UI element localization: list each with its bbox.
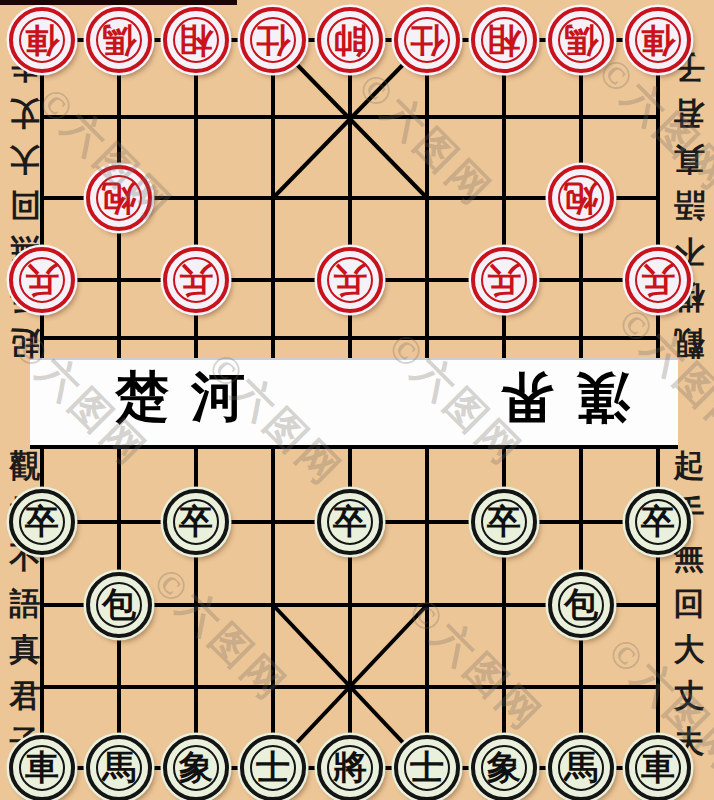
piece-ring: 象 [481, 745, 527, 791]
piece-black-elephant[interactable]: 象 [163, 735, 229, 800]
piece-ring: 兵 [173, 257, 219, 303]
piece-ring: 象 [173, 745, 219, 791]
piece-ring: 卒 [19, 499, 65, 545]
piece-glyph: 俥 [25, 23, 59, 57]
piece-glyph: 卒 [179, 505, 213, 539]
piece-glyph: 相 [487, 23, 521, 57]
piece-black-general[interactable]: 將 [317, 735, 383, 800]
piece-ring: 俥 [635, 17, 681, 63]
piece-black-advisor[interactable]: 士 [394, 735, 460, 800]
piece-glyph: 相 [179, 23, 213, 57]
piece-ring: 卒 [481, 499, 527, 545]
piece-black-chariot[interactable]: 車 [9, 735, 75, 800]
piece-black-cannon[interactable]: 包 [548, 572, 614, 638]
piece-ring: 俥 [19, 17, 65, 63]
piece-glyph: 象 [487, 751, 521, 785]
piece-glyph: 車 [641, 751, 675, 785]
piece-glyph: 兵 [179, 263, 213, 297]
piece-ring: 帥 [327, 17, 373, 63]
piece-glyph: 傌 [102, 23, 136, 57]
piece-ring: 相 [173, 17, 219, 63]
piece-ring: 卒 [327, 499, 373, 545]
piece-glyph: 卒 [25, 505, 59, 539]
piece-glyph: 士 [256, 751, 290, 785]
piece-ring: 馬 [96, 745, 142, 791]
piece-red-soldier[interactable]: 兵 [471, 247, 537, 313]
piece-ring: 將 [327, 745, 373, 791]
piece-glyph: 象 [179, 751, 213, 785]
piece-red-soldier[interactable]: 兵 [163, 247, 229, 313]
piece-red-elephant[interactable]: 相 [163, 7, 229, 73]
piece-glyph: 將 [333, 751, 367, 785]
piece-ring: 包 [96, 582, 142, 628]
piece-glyph: 帥 [333, 23, 367, 57]
piece-ring: 車 [635, 745, 681, 791]
piece-ring: 卒 [635, 499, 681, 545]
pieces-layer: 俥傌相仕帥仕相傌俥炮炮兵兵兵兵兵卒卒卒卒卒包包車馬象士將士象馬車 [0, 0, 714, 800]
piece-glyph: 仕 [410, 23, 444, 57]
piece-ring: 士 [404, 745, 450, 791]
piece-black-elephant[interactable]: 象 [471, 735, 537, 800]
piece-glyph: 兵 [641, 263, 675, 297]
piece-ring: 傌 [558, 17, 604, 63]
piece-red-horse[interactable]: 傌 [548, 7, 614, 73]
xiangqi-board: 起手無回大丈夫 觀棋不語真君子 觀棋不語真君子 起手無回大丈夫 楚河 漢界 俥傌… [0, 0, 714, 800]
piece-black-soldier[interactable]: 卒 [317, 489, 383, 555]
piece-ring: 卒 [173, 499, 219, 545]
piece-glyph: 馬 [102, 751, 136, 785]
top-crop-bar [0, 0, 237, 5]
piece-glyph: 炮 [564, 181, 598, 215]
piece-ring: 士 [250, 745, 296, 791]
piece-red-elephant[interactable]: 相 [471, 7, 537, 73]
piece-ring: 車 [19, 745, 65, 791]
piece-glyph: 兵 [333, 263, 367, 297]
piece-red-general[interactable]: 帥 [317, 7, 383, 73]
piece-ring: 兵 [19, 257, 65, 303]
piece-black-soldier[interactable]: 卒 [163, 489, 229, 555]
piece-ring: 馬 [558, 745, 604, 791]
piece-glyph: 卒 [333, 505, 367, 539]
piece-glyph: 車 [25, 751, 59, 785]
piece-red-soldier[interactable]: 兵 [9, 247, 75, 313]
piece-red-chariot[interactable]: 俥 [625, 7, 691, 73]
piece-glyph: 士 [410, 751, 444, 785]
piece-black-horse[interactable]: 馬 [548, 735, 614, 800]
piece-glyph: 仕 [256, 23, 290, 57]
piece-ring: 兵 [635, 257, 681, 303]
piece-black-cannon[interactable]: 包 [86, 572, 152, 638]
piece-red-soldier[interactable]: 兵 [317, 247, 383, 313]
piece-black-chariot[interactable]: 車 [625, 735, 691, 800]
piece-red-soldier[interactable]: 兵 [625, 247, 691, 313]
piece-black-soldier[interactable]: 卒 [471, 489, 537, 555]
piece-glyph: 包 [564, 588, 598, 622]
piece-red-cannon[interactable]: 炮 [548, 165, 614, 231]
piece-black-soldier[interactable]: 卒 [625, 489, 691, 555]
piece-ring: 炮 [96, 175, 142, 221]
piece-ring: 炮 [558, 175, 604, 221]
piece-ring: 兵 [481, 257, 527, 303]
piece-glyph: 兵 [487, 263, 521, 297]
piece-glyph: 兵 [25, 263, 59, 297]
piece-red-advisor[interactable]: 仕 [394, 7, 460, 73]
piece-ring: 仕 [250, 17, 296, 63]
piece-glyph: 卒 [487, 505, 521, 539]
piece-glyph: 包 [102, 588, 136, 622]
piece-glyph: 卒 [641, 505, 675, 539]
piece-ring: 仕 [404, 17, 450, 63]
piece-glyph: 馬 [564, 751, 598, 785]
piece-red-horse[interactable]: 傌 [86, 7, 152, 73]
piece-glyph: 傌 [564, 23, 598, 57]
piece-black-horse[interactable]: 馬 [86, 735, 152, 800]
piece-ring: 傌 [96, 17, 142, 63]
piece-red-cannon[interactable]: 炮 [86, 165, 152, 231]
piece-black-soldier[interactable]: 卒 [9, 489, 75, 555]
piece-ring: 相 [481, 17, 527, 63]
piece-ring: 包 [558, 582, 604, 628]
piece-red-advisor[interactable]: 仕 [240, 7, 306, 73]
piece-glyph: 俥 [641, 23, 675, 57]
piece-ring: 兵 [327, 257, 373, 303]
piece-red-chariot[interactable]: 俥 [9, 7, 75, 73]
piece-glyph: 炮 [102, 181, 136, 215]
piece-black-advisor[interactable]: 士 [240, 735, 306, 800]
